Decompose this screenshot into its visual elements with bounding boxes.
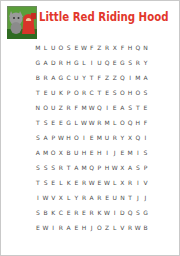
grid-cell[interactable]: R <box>126 175 134 190</box>
grid-cell[interactable]: M <box>134 70 142 85</box>
grid-cell[interactable]: F <box>72 100 80 115</box>
word-search-grid: MLUOSEWFZRXFHQNGADRHGLIUQEGSRYBRAGCUYTFZ… <box>34 40 149 235</box>
grid-cell[interactable]: M <box>42 145 50 160</box>
grid-cell[interactable]: K <box>57 85 65 100</box>
grid-cell[interactable]: A <box>88 190 96 205</box>
grid-cell[interactable]: M <box>96 130 104 145</box>
grid-cell[interactable]: W <box>57 130 65 145</box>
grid-cell[interactable]: F <box>119 40 127 55</box>
grid-cell[interactable]: N <box>142 40 150 55</box>
grid-cell[interactable]: S <box>42 115 50 130</box>
grid-cell[interactable]: R <box>134 55 142 70</box>
grid-cell[interactable]: P <box>142 160 150 175</box>
grid-cell[interactable]: I <box>80 130 88 145</box>
grid-cell[interactable]: Z <box>103 70 111 85</box>
grid-cell[interactable]: I <box>142 130 150 145</box>
grid-cell[interactable]: O <box>42 100 50 115</box>
grid-cell[interactable]: S <box>34 205 42 220</box>
grid-cell[interactable]: E <box>103 190 111 205</box>
grid-cell[interactable]: M <box>34 40 42 55</box>
grid-cell[interactable]: Q <box>119 70 127 85</box>
grid-cell[interactable]: A <box>65 220 73 235</box>
grid-cell[interactable]: W <box>111 160 119 175</box>
grid-cell[interactable]: A <box>126 160 134 175</box>
grid-cell[interactable]: Z <box>57 100 65 115</box>
grid-cell[interactable]: D <box>119 205 127 220</box>
grid-cell[interactable]: V <box>119 220 127 235</box>
grid-cell[interactable]: A <box>42 130 50 145</box>
grid-cell[interactable]: R <box>65 100 73 115</box>
grid-cell[interactable]: G <box>57 70 65 85</box>
grid-cell[interactable]: I <box>88 55 96 70</box>
grid-cell[interactable]: S <box>142 85 150 100</box>
grid-cell[interactable]: S <box>111 85 119 100</box>
grid-cell[interactable]: S <box>126 100 134 115</box>
grid-cell[interactable]: E <box>34 220 42 235</box>
grid-cell[interactable]: E <box>42 85 50 100</box>
grid-cell[interactable]: F <box>142 115 150 130</box>
grid-cell[interactable]: E <box>80 205 88 220</box>
grid-cell[interactable]: T <box>34 175 42 190</box>
grid-cell[interactable]: A <box>34 145 42 160</box>
grid-cell[interactable]: Q <box>134 40 142 55</box>
grid-cell[interactable]: Y <box>72 190 80 205</box>
grid-cell[interactable]: X <box>57 190 65 205</box>
grid-cell[interactable]: U <box>72 145 80 160</box>
grid-cell[interactable]: S <box>134 160 142 175</box>
grid-cell[interactable]: J <box>88 220 96 235</box>
grid-cell[interactable]: E <box>119 145 127 160</box>
wolf-icon <box>9 11 23 34</box>
grid-cell[interactable]: V <box>142 175 150 190</box>
grid-cell[interactable]: H <box>126 85 134 100</box>
grid-cell[interactable]: E <box>88 130 96 145</box>
grid-cell[interactable]: O <box>96 220 104 235</box>
grid-cell[interactable]: Q <box>103 55 111 70</box>
grid-cell[interactable]: B <box>65 145 73 160</box>
grid-cell[interactable]: L <box>65 190 73 205</box>
grid-cell[interactable]: O <box>119 115 127 130</box>
grid-cell[interactable]: B <box>142 220 150 235</box>
grid-cell[interactable]: M <box>126 145 134 160</box>
grid-cell[interactable]: X <box>119 175 127 190</box>
grid-cell[interactable]: O <box>57 40 65 55</box>
grid-cell[interactable]: W <box>80 115 88 130</box>
grid-cell[interactable]: Q <box>134 130 142 145</box>
grid-cell[interactable]: C <box>57 205 65 220</box>
grid-cell[interactable]: S <box>126 55 134 70</box>
grid-cell[interactable]: X <box>57 145 65 160</box>
grid-cell[interactable]: H <box>96 145 104 160</box>
grid-cell[interactable]: N <box>119 190 127 205</box>
grid-cell[interactable]: A <box>49 70 57 85</box>
grid-cell[interactable]: M <box>103 115 111 130</box>
grid-cell[interactable]: G <box>72 55 80 70</box>
grid-cell[interactable]: E <box>111 100 119 115</box>
grid-cell[interactable]: T <box>34 85 42 100</box>
grid-cell[interactable]: O <box>72 85 80 100</box>
grid-cell[interactable]: W <box>103 205 111 220</box>
grid-cell[interactable]: R <box>80 175 88 190</box>
grid-cell[interactable]: S <box>142 145 150 160</box>
grid-cell[interactable]: S <box>134 205 142 220</box>
grid-cell[interactable]: P <box>49 130 57 145</box>
grid-cell[interactable]: E <box>49 175 57 190</box>
grid-cell[interactable]: K <box>65 175 73 190</box>
grid-cell[interactable]: V <box>49 190 57 205</box>
grid-cell[interactable]: K <box>49 205 57 220</box>
grid-cell[interactable]: I <box>126 70 134 85</box>
grid-cell[interactable]: I <box>134 145 142 160</box>
grid-cell[interactable]: Q <box>126 115 134 130</box>
grid-cell[interactable]: H <box>103 160 111 175</box>
grid-cell[interactable]: S <box>49 160 57 175</box>
grid-cell[interactable]: X <box>111 40 119 55</box>
grid-cell[interactable]: T <box>65 160 73 175</box>
grid-cell[interactable]: Z <box>96 40 104 55</box>
grid-cell[interactable]: L <box>111 115 119 130</box>
grid-cell[interactable]: X <box>119 160 127 175</box>
grid-cell[interactable]: W <box>88 175 96 190</box>
grid-cell[interactable]: U <box>103 130 111 145</box>
grid-cell[interactable]: Y <box>142 55 150 70</box>
grid-cell[interactable]: U <box>49 100 57 115</box>
grid-cell[interactable]: R <box>88 205 96 220</box>
grid-cell[interactable]: D <box>49 55 57 70</box>
grid-cell[interactable]: E <box>72 40 80 55</box>
grid-cell[interactable]: H <box>65 130 73 145</box>
grid-cell[interactable]: L <box>57 175 65 190</box>
grid-cell[interactable]: U <box>72 70 80 85</box>
grid-cell[interactable]: R <box>103 40 111 55</box>
grid-cell[interactable]: R <box>126 220 134 235</box>
grid-cell[interactable]: R <box>96 190 104 205</box>
grid-cell[interactable]: Z <box>111 70 119 85</box>
grid-cell[interactable]: G <box>119 55 127 70</box>
grid-cell[interactable]: R <box>72 205 80 220</box>
grid-cell[interactable]: O <box>134 85 142 100</box>
grid-cell[interactable]: E <box>72 220 80 235</box>
grid-cell[interactable]: W <box>88 115 96 130</box>
grid-cell[interactable]: Q <box>126 205 134 220</box>
grid-cell[interactable]: W <box>134 220 142 235</box>
grid-cell[interactable]: H <box>126 40 134 55</box>
grid-cell[interactable]: A <box>72 160 80 175</box>
worksheet-page: Little Red Riding Hood MLUOSEWFZRXFHQNGA… <box>0 0 180 256</box>
grid-cell[interactable]: M <box>80 160 88 175</box>
grid-cell[interactable]: Q <box>88 160 96 175</box>
grid-cell[interactable]: G <box>65 115 73 130</box>
grid-cell[interactable]: S <box>34 130 42 145</box>
grid-cell[interactable]: U <box>111 190 119 205</box>
grid-cell[interactable]: P <box>96 160 104 175</box>
grid-cell[interactable]: L <box>72 115 80 130</box>
grid-cell[interactable]: T <box>34 115 42 130</box>
grid-cell[interactable]: L <box>42 40 50 55</box>
grid-cell[interactable]: B <box>42 205 50 220</box>
grid-cell[interactable]: R <box>80 190 88 205</box>
grid-cell[interactable]: U <box>49 85 57 100</box>
grid-cell[interactable]: R <box>42 70 50 85</box>
grid-cell[interactable]: P <box>65 85 73 100</box>
grid-cell[interactable]: T <box>88 70 96 85</box>
grid-cell[interactable]: C <box>65 70 73 85</box>
grid-cell[interactable]: R <box>57 55 65 70</box>
grid-cell[interactable]: W <box>80 40 88 55</box>
grid-cell[interactable]: R <box>57 160 65 175</box>
grid-cell[interactable]: T <box>126 190 134 205</box>
grid-cell[interactable]: H <box>80 145 88 160</box>
grid-cell[interactable]: B <box>34 70 42 85</box>
grid-cell[interactable]: E <box>88 145 96 160</box>
grid-cell[interactable]: G <box>34 55 42 70</box>
grid-cell[interactable]: W <box>42 220 50 235</box>
grid-cell[interactable]: A <box>42 55 50 70</box>
grid-cell[interactable]: L <box>111 175 119 190</box>
story-illustration-image <box>7 6 37 39</box>
grid-cell[interactable]: E <box>72 175 80 190</box>
grid-cell[interactable]: S <box>34 160 42 175</box>
grid-cell[interactable]: E <box>111 55 119 70</box>
grid-cell[interactable]: E <box>65 205 73 220</box>
grid-cell[interactable]: I <box>103 145 111 160</box>
grid-cell[interactable]: H <box>80 220 88 235</box>
grid-cell[interactable]: T <box>96 85 104 100</box>
grid-cell[interactable]: K <box>96 205 104 220</box>
grid-cell[interactable]: F <box>88 40 96 55</box>
grid-cell[interactable]: Y <box>119 130 127 145</box>
grid-cell[interactable]: L <box>80 55 88 70</box>
grid-cell[interactable]: H <box>65 55 73 70</box>
grid-cell[interactable]: O <box>119 85 127 100</box>
grid-cell[interactable]: W <box>42 190 50 205</box>
grid-cell[interactable]: Y <box>80 70 88 85</box>
grid-cell[interactable]: J <box>142 190 150 205</box>
grid-cell[interactable]: T <box>134 100 142 115</box>
grid-cell[interactable]: M <box>80 100 88 115</box>
grid-cell[interactable]: Z <box>103 220 111 235</box>
grid-cell[interactable]: R <box>96 115 104 130</box>
grid-cell[interactable]: R <box>111 130 119 145</box>
grid-cell[interactable]: G <box>142 205 150 220</box>
grid-cell[interactable]: N <box>34 100 42 115</box>
grid-cell[interactable]: S <box>42 160 50 175</box>
grid-cell[interactable]: O <box>72 130 80 145</box>
grid-cell[interactable]: X <box>126 130 134 145</box>
grid-cell[interactable]: I <box>103 100 111 115</box>
grid-cell[interactable]: C <box>88 85 96 100</box>
grid-cell[interactable]: J <box>134 190 142 205</box>
grid-cell[interactable]: U <box>49 40 57 55</box>
grid-cell[interactable]: R <box>57 220 65 235</box>
grid-cell[interactable]: H <box>134 115 142 130</box>
grid-cell[interactable]: O <box>49 145 57 160</box>
grid-cell[interactable]: E <box>142 100 150 115</box>
grid-cell[interactable]: W <box>88 100 96 115</box>
grid-cell[interactable]: Q <box>96 100 104 115</box>
grid-cell[interactable]: A <box>142 70 150 85</box>
grid-cell[interactable]: R <box>80 85 88 100</box>
grid-cell[interactable]: A <box>119 100 127 115</box>
grid-cell[interactable]: E <box>49 115 57 130</box>
grid-cell[interactable]: W <box>103 175 111 190</box>
grid-cell[interactable]: U <box>96 55 104 70</box>
grid-cell[interactable]: E <box>96 175 104 190</box>
grid-cell[interactable]: E <box>57 115 65 130</box>
page-title: Little Red Riding Hood <box>39 10 158 24</box>
grid-cell[interactable]: E <box>103 85 111 100</box>
grid-cell[interactable]: I <box>34 190 42 205</box>
grid-cell[interactable]: I <box>134 175 142 190</box>
grid-cell[interactable]: F <box>96 70 104 85</box>
grid-cell[interactable]: L <box>111 220 119 235</box>
grid-cell[interactable]: J <box>111 145 119 160</box>
grid-cell[interactable]: I <box>49 220 57 235</box>
grid-cell[interactable]: S <box>42 175 50 190</box>
grid-cell[interactable]: S <box>65 40 73 55</box>
grid-cell[interactable]: I <box>111 205 119 220</box>
story-illustration <box>7 6 37 39</box>
